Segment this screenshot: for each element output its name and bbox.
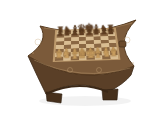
carving-dot-1 [32, 52, 34, 54]
box-clasp [119, 41, 126, 47]
square-f4 [93, 43, 101, 47]
square-a1: ♜ [55, 57, 63, 61]
square-b5 [64, 41, 72, 45]
carving-dot-2 [132, 62, 134, 64]
square-e5 [86, 40, 94, 44]
chess-set-photo: ♜♞♝♛♚♝♞♜♟♟♟♟♟♟♟♟♟♟♟♟♟♟♟♟♜♞♝♛♚♝♞♜ [0, 0, 166, 120]
square-a4 [56, 45, 64, 49]
square-d7: ♟ [78, 33, 85, 37]
square-h1: ♜ [110, 55, 118, 59]
square-f1: ♝ [94, 55, 102, 59]
square-c5 [71, 41, 78, 45]
square-b2: ♟ [63, 52, 71, 56]
chess-board: ♜♞♝♛♚♝♞♜♟♟♟♟♟♟♟♟♟♟♟♟♟♟♟♟♜♞♝♛♚♝♞♜ [53, 28, 121, 62]
square-b1: ♞ [63, 56, 71, 60]
square-c1: ♝ [71, 56, 79, 60]
square-h5 [108, 39, 116, 43]
board-perspective-wrap: ♜♞♝♛♚♝♞♜♟♟♟♟♟♟♟♟♟♟♟♟♟♟♟♟♜♞♝♛♚♝♞♜ [53, 28, 121, 62]
square-d1: ♛ [79, 56, 87, 60]
rosette-carving-left [35, 39, 41, 45]
piece-white-rook: ♜ [108, 49, 121, 59]
